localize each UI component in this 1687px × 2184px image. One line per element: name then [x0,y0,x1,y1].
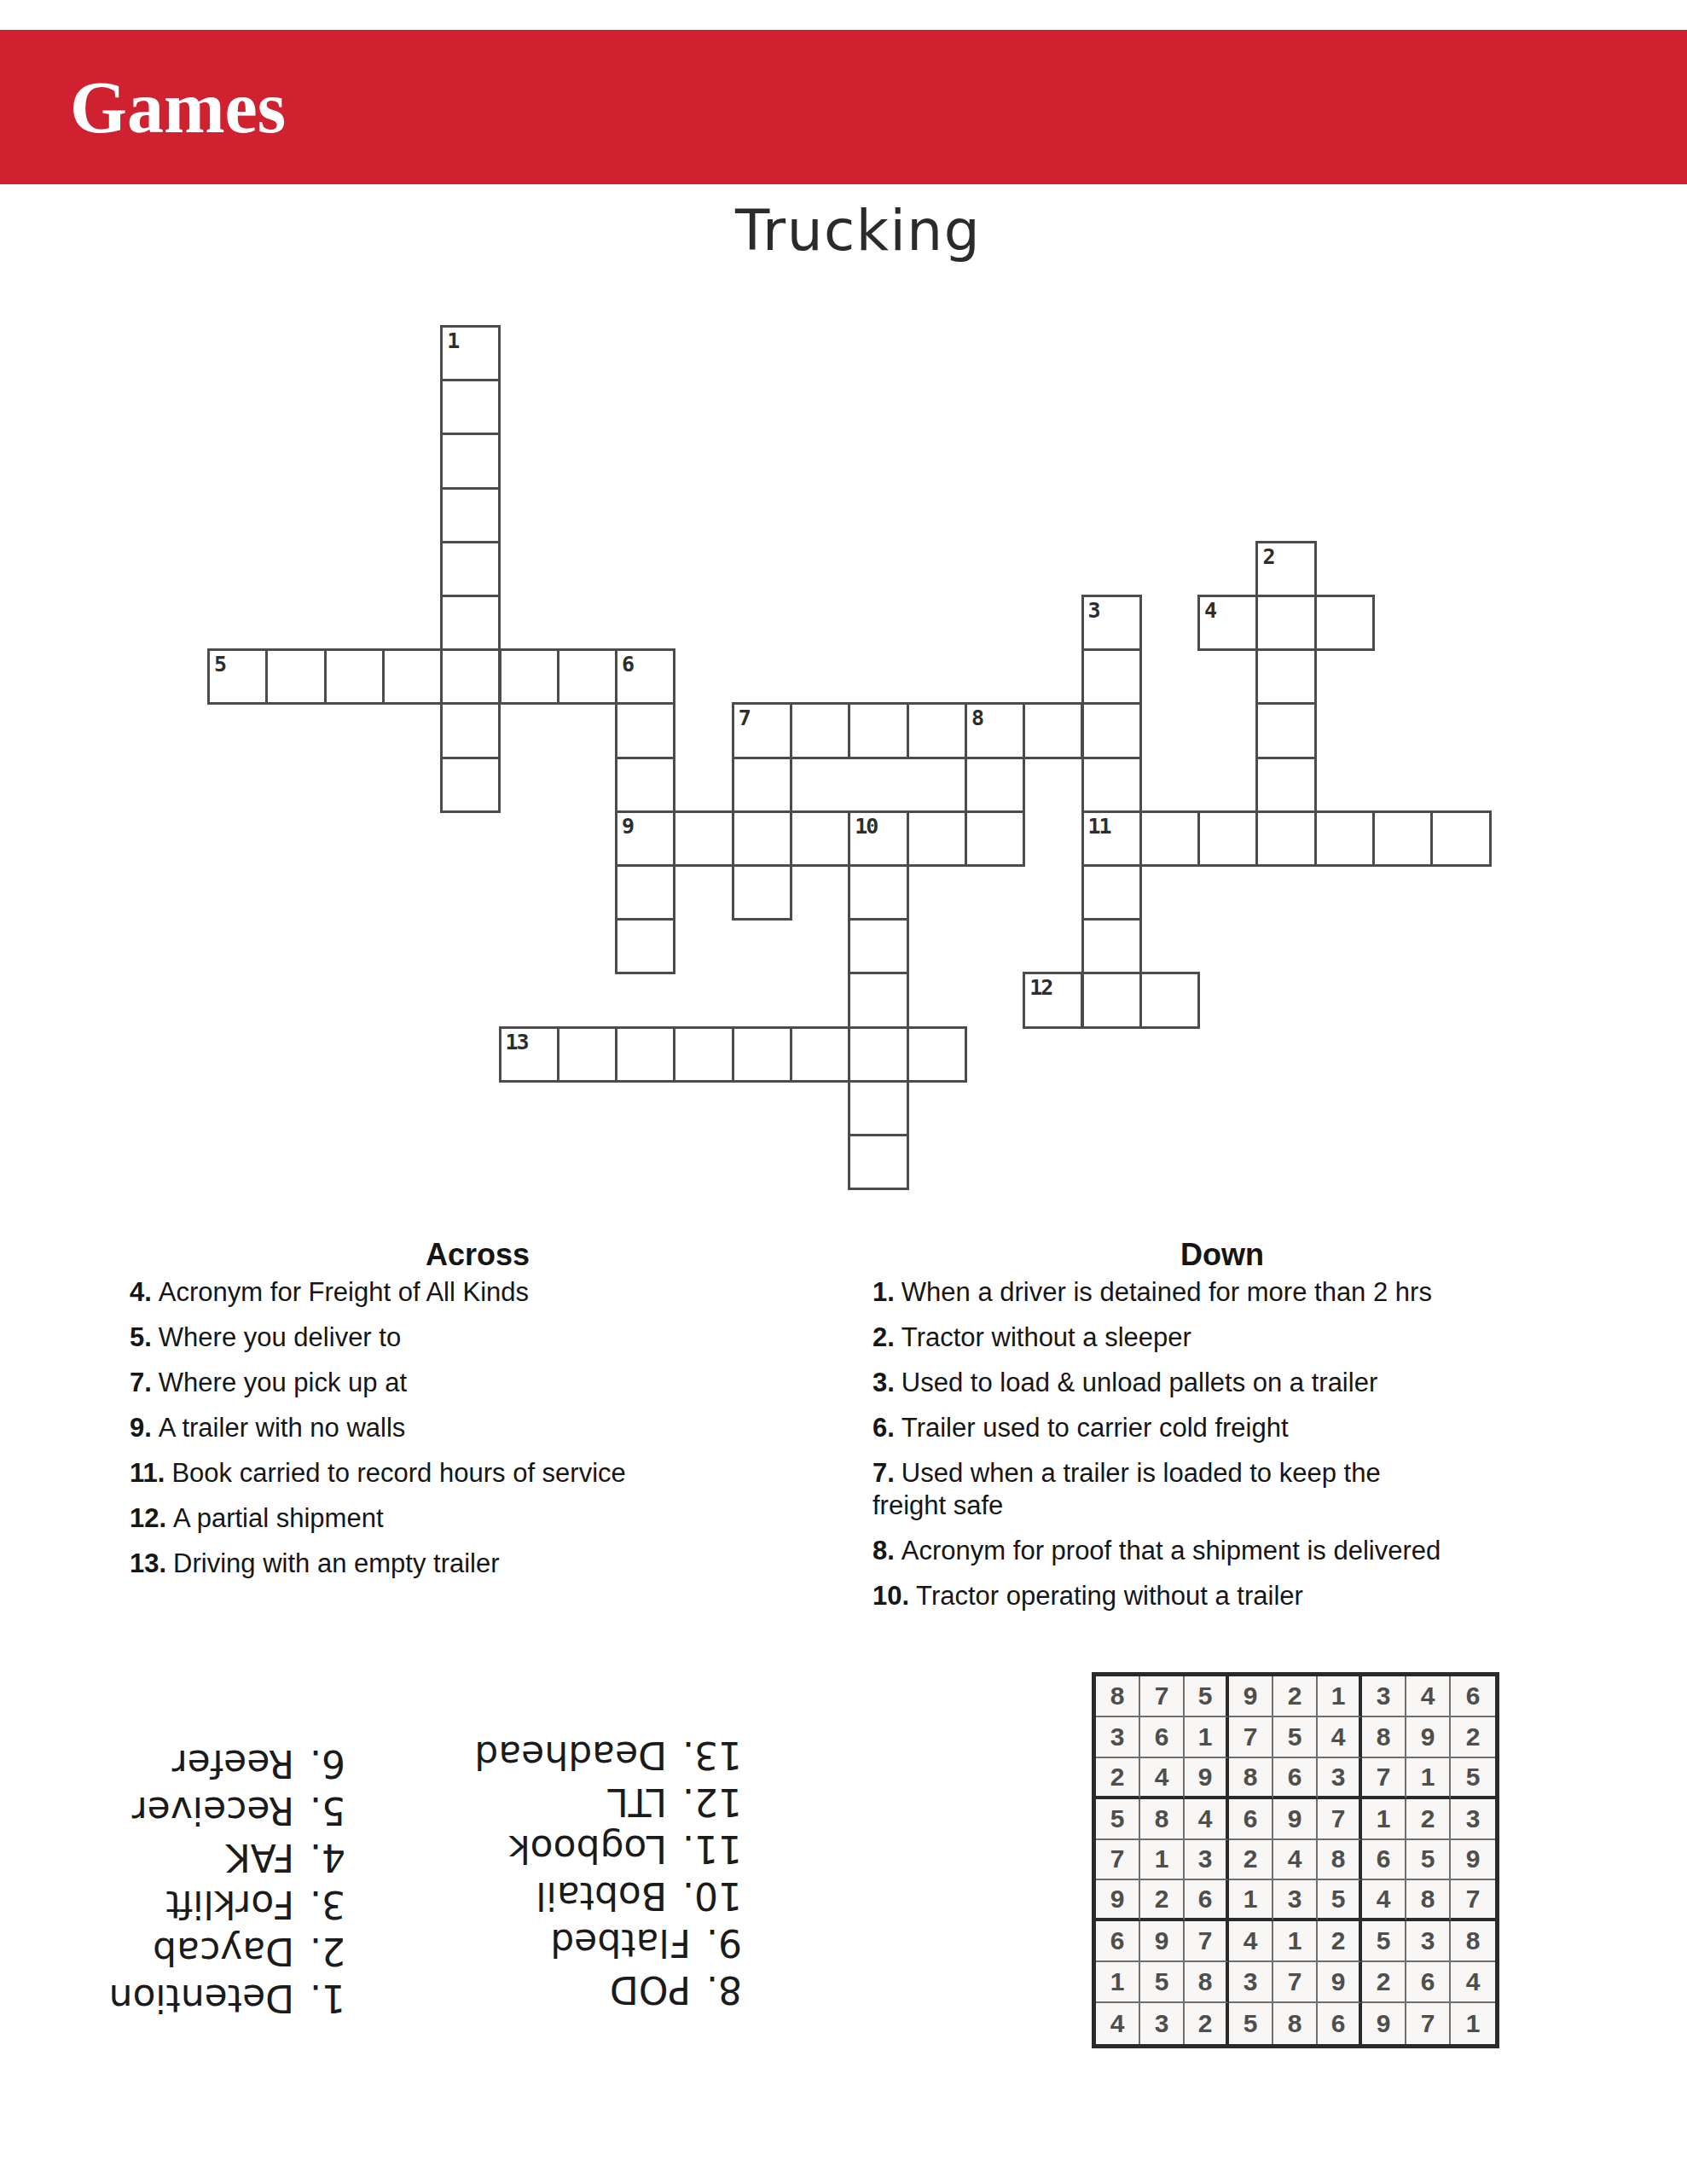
answer-key-line: 3. Forklift [105,1881,345,1928]
clue-number: 9. [130,1413,152,1443]
crossword-cell[interactable] [1314,810,1375,867]
crossword-cell[interactable] [440,541,501,597]
sudoku-cell: 8 [1318,1840,1362,1881]
sudoku-cell: 2 [1362,1962,1406,2003]
clue-item: 10.Tractor operating without a trailer [872,1580,1623,1612]
crossword-cell[interactable] [1255,648,1316,705]
crossword-cell[interactable] [440,702,501,758]
crossword-cell[interactable]: 8 [965,702,1025,758]
clue-text: Where you pick up at [159,1368,407,1397]
sudoku-cell: 9 [1185,1758,1229,1799]
answer-key-line: 5. Receiver [105,1787,345,1834]
sudoku-cell: 1 [1451,2003,1495,2044]
crossword-cell[interactable] [848,1134,908,1190]
sudoku-cell: 5 [1451,1758,1495,1799]
clue-number: 10. [872,1581,909,1611]
puzzle-title: Trucking [735,203,981,259]
sudoku-cell: 5 [1362,1921,1406,1962]
crossword-cell[interactable] [1139,810,1200,867]
crossword-cell[interactable] [557,648,617,705]
clue-number: 7. [872,1458,895,1488]
sudoku-cell: 7 [1185,1921,1229,1962]
sudoku-cell: 4 [1406,1676,1451,1717]
sudoku-cell: 7 [1318,1799,1362,1840]
games-header-bar: Games [0,30,1687,184]
crossword-cell[interactable] [732,1026,792,1083]
crossword-cell[interactable] [324,648,385,705]
crossword-cell[interactable] [1081,918,1142,974]
crossword-cell[interactable] [1430,810,1491,867]
clue-text: Tractor operating without a trailer [916,1581,1303,1611]
sudoku-cell: 2 [1096,1758,1140,1799]
crossword-cell[interactable] [848,1026,908,1083]
answer-key-line: 4. FAK [105,1834,345,1881]
sudoku-cell: 4 [1318,1717,1362,1758]
crossword-cell[interactable] [907,702,967,758]
sudoku-cell: 2 [1229,1840,1273,1881]
clue-text: Driving with an empty trailer [173,1548,499,1578]
clue-number: 4. [130,1277,152,1307]
sudoku-cell: 3 [1406,1921,1451,1962]
sudoku-cell: 2 [1406,1799,1451,1840]
sudoku-cell: 1 [1318,1676,1362,1717]
sudoku-cell: 1 [1406,1758,1451,1799]
sudoku-cell: 2 [1451,1717,1495,1758]
down-clue-list: 1.When a driver is detained for more tha… [872,1276,1623,1625]
sudoku-cell: 1 [1185,1717,1229,1758]
crossword-cell[interactable] [440,487,501,543]
sudoku-cell: 8 [1096,1676,1140,1717]
clue-item: 8.Acronym for proof that a shipment is d… [872,1535,1623,1567]
answer-key-line: 8. POD [501,1966,742,2013]
clue-item: 11.Book carried to record hours of servi… [130,1457,880,1490]
clue-number: 1. [872,1277,895,1307]
sudoku-cell: 4 [1096,2003,1140,2044]
crossword-cell-number: 1 [447,328,458,353]
clue-item: 1.When a driver is detained for more tha… [872,1276,1623,1309]
sudoku-cell: 3 [1096,1717,1140,1758]
crossword-cell[interactable] [1314,595,1375,651]
crossword-cell[interactable] [848,864,908,921]
sudoku-cell: 8 [1406,1880,1451,1921]
crossword-cell[interactable] [1081,648,1142,705]
sudoku-cell: 3 [1273,1880,1318,1921]
crossword-cell-number: 5 [214,652,225,677]
crossword-cell[interactable] [615,864,675,921]
clue-number: 12. [130,1503,166,1533]
clue-number: 2. [872,1322,895,1352]
sudoku-cell: 6 [1362,1840,1406,1881]
crossword-cell[interactable] [615,918,675,974]
answer-key-line: 2. Daycab [105,1928,345,1975]
sudoku-cell: 1 [1273,1921,1318,1962]
sudoku-cell: 8 [1451,1921,1495,1962]
sudoku-cell: 3 [1229,1962,1273,2003]
clue-item: 3.Used to load & unload pallets on a tra… [872,1367,1623,1399]
clue-text: Trailer used to carrier cold freight [901,1413,1289,1443]
answer-key-line: 11. Logbook [501,1826,742,1873]
crossword-cell[interactable]: 4 [1197,595,1258,651]
crossword-cell[interactable] [965,810,1025,867]
sudoku-cell: 6 [1406,1962,1451,2003]
clue-text: Used to load & unload pallets on a trail… [901,1368,1377,1397]
sudoku-cell: 3 [1318,1758,1362,1799]
crossword-cell[interactable] [1255,810,1316,867]
crossword-cell[interactable] [1081,972,1142,1028]
crossword-cell[interactable] [673,1026,733,1083]
crossword-cell[interactable] [1197,810,1258,867]
clue-item: 6.Trailer used to carrier cold freight [872,1412,1623,1444]
sudoku-cell: 3 [1140,2003,1185,2044]
clue-text: A trailer with no walls [159,1413,405,1443]
crossword-cell[interactable] [382,648,443,705]
sudoku-cell: 4 [1185,1799,1229,1840]
crossword-cell-number: 8 [971,706,983,730]
sudoku-cell: 1 [1096,1962,1140,2003]
sudoku-cell: 6 [1451,1676,1495,1717]
answer-key-line: 10. Bobtail [501,1873,742,1920]
crossword-cell[interactable] [615,702,675,758]
sudoku-cell: 5 [1273,1717,1318,1758]
crossword-cell[interactable]: 7 [732,702,792,758]
clue-number: 7. [130,1368,152,1397]
sudoku-cell: 7 [1229,1717,1273,1758]
crossword-cell[interactable] [965,757,1025,813]
sudoku-cell: 1 [1229,1880,1273,1921]
crossword-cell-number: 7 [739,706,750,730]
sudoku-cell: 2 [1140,1880,1185,1921]
sudoku-cell: 7 [1273,1962,1318,2003]
crossword-cell[interactable] [732,864,792,921]
sudoku-cell: 5 [1185,1676,1229,1717]
crossword-cell[interactable] [907,1026,967,1083]
sudoku-cell: 4 [1273,1840,1318,1881]
crossword-cell[interactable] [1372,810,1433,867]
clue-number: 13. [130,1548,166,1578]
clue-number: 3. [872,1368,895,1397]
crossword-cell[interactable] [1023,702,1083,758]
crossword-cell[interactable] [1255,757,1316,813]
sudoku-cell: 2 [1318,1921,1362,1962]
sudoku-cell: 6 [1229,1799,1273,1840]
crossword-cell[interactable] [790,702,850,758]
crossword-cell[interactable]: 6 [615,648,675,705]
crossword-cell-number: 4 [1204,598,1215,623]
answer-key-line: 9. Flatbed [501,1920,742,1966]
crossword-cell-number: 6 [622,652,633,677]
sudoku-cell: 4 [1451,1962,1495,2003]
crossword-cell[interactable]: 13 [499,1026,559,1083]
sudoku-cell: 2 [1185,2003,1229,2044]
crossword-cell[interactable] [615,1026,675,1083]
crossword-cell[interactable]: 12 [1023,972,1083,1028]
sudoku-cell: 6 [1185,1880,1229,1921]
sudoku-cell: 7 [1096,1840,1140,1881]
answer-key-column-1-6: 1. Detention2. Daycab3. Forklift4. FAK5.… [105,1740,345,2022]
clue-text: When a driver is detained for more than … [901,1277,1432,1307]
crossword-cell-number: 11 [1088,814,1110,839]
clue-number: 8. [872,1536,895,1565]
crossword-cell[interactable]: 3 [1081,595,1142,651]
sudoku-cell: 8 [1273,2003,1318,2044]
answer-key-line: 6. Reefer [105,1740,345,1787]
sudoku-cell: 7 [1140,1676,1185,1717]
crossword-cell[interactable] [440,595,501,651]
across-header: Across [426,1237,530,1273]
crossword-cell-number: 9 [622,814,633,839]
clue-item: 13.Driving with an empty trailer [130,1548,880,1580]
crossword-cell[interactable] [1255,595,1316,651]
sudoku-cell: 7 [1362,1758,1406,1799]
clue-item: 2.Tractor without a sleeper [872,1321,1623,1354]
crossword-cell[interactable] [440,379,501,435]
sudoku-cell: 5 [1229,2003,1273,2044]
crossword-cell[interactable] [615,757,675,813]
clue-text: Used when a trailer is loaded to keep th… [872,1458,1381,1520]
sudoku-cell: 9 [1096,1880,1140,1921]
clue-text: Acronym for proof that a shipment is del… [901,1536,1441,1565]
crossword-cell[interactable] [790,1026,850,1083]
sudoku-cell: 9 [1318,1962,1362,2003]
clue-item: 9.A trailer with no walls [130,1412,880,1444]
clue-text: A partial shipment [173,1503,383,1533]
crossword-cell-number: 10 [855,814,877,839]
sudoku-cell: 8 [1185,1962,1229,2003]
sudoku-cell: 9 [1229,1676,1273,1717]
clue-item: 7.Used when a trailer is loaded to keep … [872,1457,1623,1522]
section-title: Games [70,71,286,144]
answer-key-column-8-13: 8. POD9. Flatbed10. Bobtail11. Logbook12… [501,1732,742,2013]
crossword-cell[interactable] [848,972,908,1028]
sudoku-cell: 6 [1140,1717,1185,1758]
clue-number: 6. [872,1413,895,1443]
crossword-cell[interactable] [1255,702,1316,758]
sudoku-cell: 9 [1362,2003,1406,2044]
clue-item: 12.A partial shipment [130,1502,880,1535]
clue-text: Tractor without a sleeper [901,1322,1191,1352]
clue-item: 5.Where you deliver to [130,1321,880,1354]
crossword-cell[interactable]: 9 [615,810,675,867]
clue-number: 5. [130,1322,152,1352]
crossword-cell[interactable] [907,810,967,867]
crossword-grid: 12345678910111213 [207,325,1495,1194]
crossword-cell[interactable] [265,648,326,705]
sudoku-cell: 4 [1229,1921,1273,1962]
down-header: Down [1180,1237,1264,1273]
crossword-cell-number: 13 [506,1030,528,1054]
sudoku-cell: 3 [1362,1676,1406,1717]
crossword-cell[interactable]: 1 [440,325,501,381]
crossword-cell[interactable] [848,918,908,974]
answer-key-line: 13. Deadhead [501,1732,742,1779]
sudoku-cell: 9 [1406,1717,1451,1758]
sudoku-cell: 9 [1273,1799,1318,1840]
crossword-cell[interactable] [440,648,501,705]
sudoku-cell: 1 [1140,1840,1185,1881]
answer-key-line: 1. Detention [105,1975,345,2022]
crossword-cell-number: 2 [1262,544,1273,569]
sudoku-cell: 4 [1362,1880,1406,1921]
sudoku-cell: 5 [1406,1840,1451,1881]
sudoku-cell: 8 [1140,1799,1185,1840]
crossword-cell[interactable]: 11 [1081,810,1142,867]
clue-number: 11. [130,1458,165,1488]
answer-key-line: 12. LTL [501,1779,742,1826]
crossword-cell[interactable] [1139,972,1200,1028]
crossword-cell-number: 3 [1088,598,1099,623]
sudoku-cell: 3 [1185,1840,1229,1881]
clue-item: 7.Where you pick up at [130,1367,880,1399]
crossword-cell[interactable] [440,757,501,813]
crossword-cell[interactable] [732,757,792,813]
crossword-cell[interactable] [673,810,733,867]
sudoku-cell: 7 [1406,2003,1451,2044]
crossword-cell[interactable] [790,810,850,867]
sudoku-cell: 2 [1273,1676,1318,1717]
clue-item: 4.Acronym for Freight of All Kinds [130,1276,880,1309]
sudoku-cell: 9 [1140,1921,1185,1962]
clue-text: Acronym for Freight of All Kinds [159,1277,529,1307]
crossword-cell[interactable] [1081,864,1142,921]
crossword-cell[interactable]: 5 [207,648,268,705]
sudoku-cell: 6 [1273,1758,1318,1799]
crossword-cell[interactable] [499,648,559,705]
clue-text: Book carried to record hours of service [171,1458,625,1488]
sudoku-cell: 8 [1362,1717,1406,1758]
sudoku-cell: 6 [1318,2003,1362,2044]
crossword-cell[interactable] [440,433,501,489]
crossword-cell[interactable]: 2 [1255,541,1316,597]
crossword-cell[interactable] [557,1026,617,1083]
sudoku-cell: 9 [1451,1840,1495,1881]
across-clue-list: 4.Acronym for Freight of All Kinds5.Wher… [130,1276,880,1593]
crossword-cell[interactable] [848,702,908,758]
crossword-cell[interactable] [732,810,792,867]
sudoku-cell: 5 [1140,1962,1185,2003]
crossword-cell[interactable] [1081,757,1142,813]
sudoku-cell: 1 [1362,1799,1406,1840]
sudoku-cell: 6 [1096,1921,1140,1962]
sudoku-cell: 4 [1140,1758,1185,1799]
sudoku-cell: 3 [1451,1799,1495,1840]
sudoku-solution-grid: 8759213463617548922498637155846971237132… [1092,1672,1499,2048]
crossword-cell-number: 12 [1029,975,1052,1000]
crossword-cell[interactable] [1081,702,1142,758]
crossword-cell[interactable]: 10 [848,810,908,867]
sudoku-cell: 7 [1451,1880,1495,1921]
crossword-cell[interactable] [848,1080,908,1136]
clue-text: Where you deliver to [159,1322,401,1352]
sudoku-cell: 8 [1229,1758,1273,1799]
sudoku-cell: 5 [1096,1799,1140,1840]
sudoku-cell: 5 [1318,1880,1362,1921]
